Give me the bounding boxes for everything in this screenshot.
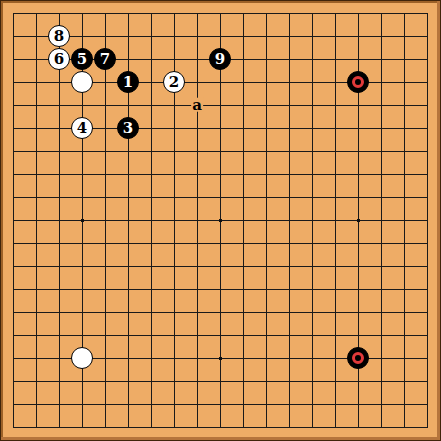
move-number: 4 — [72, 118, 92, 138]
black-stone: 7 — [94, 48, 116, 70]
move-number: 5 — [72, 49, 92, 69]
black-stone: 5 — [71, 48, 93, 70]
stones-layer: 865712943a — [1, 1, 440, 440]
point-label-a: a — [191, 98, 203, 112]
white-stone: 6 — [48, 48, 70, 70]
black-stone: 3 — [117, 117, 139, 139]
black-stone: 9 — [209, 48, 231, 70]
hoshi-point — [81, 219, 84, 222]
move-number: 7 — [95, 49, 115, 69]
move-number: 6 — [49, 49, 69, 69]
white-stone: 8 — [48, 25, 70, 47]
move-number: 3 — [118, 118, 138, 138]
move-number: 2 — [164, 72, 184, 92]
hoshi-point — [357, 219, 360, 222]
black-stone — [347, 347, 369, 369]
circle-mark — [352, 76, 364, 88]
black-stone: 1 — [117, 71, 139, 93]
white-stone: 2 — [163, 71, 185, 93]
black-stone — [347, 71, 369, 93]
hoshi-point — [219, 219, 222, 222]
go-board: 865712943a — [0, 0, 441, 441]
white-stone — [71, 347, 93, 369]
white-stone: 4 — [71, 117, 93, 139]
white-stone — [71, 71, 93, 93]
move-number: 1 — [118, 72, 138, 92]
move-number: 9 — [210, 49, 230, 69]
circle-mark — [352, 352, 364, 364]
hoshi-point — [219, 357, 222, 360]
move-number: 8 — [49, 26, 69, 46]
